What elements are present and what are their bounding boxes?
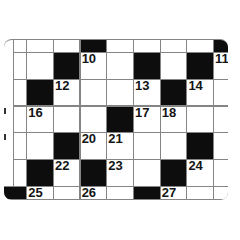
crossword-card: 10111213141617182021222324252627 <box>4 39 228 200</box>
cell-r1c6[interactable] <box>134 40 160 53</box>
cell-r3c2 <box>27 80 53 106</box>
cell-r5c2[interactable] <box>27 133 53 159</box>
cell-r1c8[interactable] <box>187 40 213 53</box>
cell-r3c3[interactable]: 12 <box>54 80 80 106</box>
clue-number: 27 <box>162 186 176 199</box>
cell-r7c9[interactable] <box>214 187 228 199</box>
cell-r7c2[interactable]: 25 <box>27 187 53 199</box>
cell-r4c6[interactable]: 17 <box>134 107 160 133</box>
cell-r2c1[interactable] <box>14 53 26 79</box>
cell-r3c5[interactable] <box>107 80 133 106</box>
cell-r2c5[interactable] <box>107 53 133 79</box>
clue-number: 14 <box>188 79 202 92</box>
cell-r6c8[interactable]: 24 <box>187 160 213 186</box>
cell-r1c9 <box>214 40 228 53</box>
cell-r5c9[interactable] <box>214 133 228 159</box>
clue-number: 22 <box>55 159 69 172</box>
cell-r7c5[interactable] <box>107 187 133 199</box>
clue-number: 21 <box>108 132 122 145</box>
cell-r2c4[interactable]: 10 <box>81 53 107 79</box>
cell-r4c8[interactable] <box>187 107 213 133</box>
clipped-number-fragment <box>4 108 6 114</box>
cell-r4c9[interactable] <box>214 107 228 133</box>
cell-r7c6 <box>134 187 160 199</box>
cell-r4c4[interactable] <box>81 107 107 133</box>
cell-r5c3 <box>54 133 80 159</box>
cell-r1c4 <box>81 40 107 53</box>
cell-r5c6[interactable] <box>134 133 160 159</box>
cell-r6c5[interactable]: 23 <box>107 160 133 186</box>
clipped-number-fragment <box>4 134 6 140</box>
clue-number: 17 <box>135 106 149 119</box>
cell-r3c6[interactable]: 13 <box>134 80 160 106</box>
cell-r3c4[interactable] <box>81 80 107 106</box>
cell-r6c3[interactable]: 22 <box>54 160 80 186</box>
crossword-grid: 10111213141617182021222324252627 <box>4 40 228 200</box>
cell-r4c1[interactable] <box>14 107 26 133</box>
cell-r7c3[interactable] <box>54 187 80 199</box>
cell-r6c7 <box>161 160 187 186</box>
cell-r5c7[interactable] <box>161 133 187 159</box>
cell-r1c2[interactable] <box>27 40 53 53</box>
clue-number: 12 <box>55 79 69 92</box>
cell-r4c3[interactable] <box>54 107 80 133</box>
cell-r1c5[interactable] <box>107 40 133 53</box>
cell-r7c0 <box>4 187 26 199</box>
clue-number: 25 <box>28 186 42 199</box>
clue-number: 23 <box>108 159 122 172</box>
cell-r3c8[interactable]: 14 <box>187 80 213 106</box>
cell-r7c4[interactable]: 26 <box>81 187 107 199</box>
cell-r3c1[interactable] <box>14 80 26 106</box>
cell-r1c3[interactable] <box>54 40 80 53</box>
cell-r1c7[interactable] <box>161 40 187 53</box>
cell-r6c1[interactable] <box>14 160 26 186</box>
cell-r6c9[interactable] <box>214 160 228 186</box>
cell-r5c5[interactable]: 21 <box>107 133 133 159</box>
cell-r5c1[interactable] <box>14 133 26 159</box>
cell-r2c3 <box>54 53 80 79</box>
cell-r2c2[interactable] <box>27 53 53 79</box>
clue-number: 11 <box>215 52 228 65</box>
cell-r4c2[interactable]: 16 <box>27 107 53 133</box>
cell-r1c1[interactable] <box>14 40 26 53</box>
cell-r2c8 <box>187 53 213 79</box>
cell-r7c7[interactable]: 27 <box>161 187 187 199</box>
cell-r2c7[interactable] <box>161 53 187 79</box>
clue-number: 10 <box>82 52 96 65</box>
cell-r5c8 <box>187 133 213 159</box>
cell-r2c9[interactable]: 11 <box>214 53 228 79</box>
cell-r5c4[interactable]: 20 <box>81 133 107 159</box>
page-background: 10111213141617182021222324252627 <box>0 0 240 240</box>
clue-number: 16 <box>28 106 42 119</box>
cell-r6c6[interactable] <box>134 160 160 186</box>
cell-r6c2 <box>27 160 53 186</box>
cell-r7c8[interactable] <box>187 187 213 199</box>
cell-r3c9[interactable] <box>214 80 228 106</box>
clue-number: 26 <box>82 186 96 199</box>
cell-r3c7 <box>161 80 187 106</box>
cell-r2c6 <box>134 53 160 79</box>
cell-r4c5 <box>107 107 133 133</box>
clue-number: 13 <box>135 79 149 92</box>
cell-r6c4 <box>81 160 107 186</box>
clue-number: 18 <box>162 106 176 119</box>
clue-number: 24 <box>188 159 202 172</box>
clue-number: 20 <box>82 132 96 145</box>
cell-r4c7[interactable]: 18 <box>161 107 187 133</box>
